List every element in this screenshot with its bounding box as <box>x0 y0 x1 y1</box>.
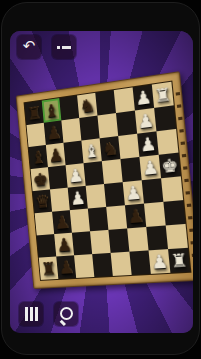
piece-wP[interactable]: ♟ <box>67 163 84 187</box>
board-square-r5c3[interactable]: ♟ <box>68 186 88 210</box>
piece-wB[interactable]: ♝ <box>83 138 101 163</box>
board-square-r8c3[interactable] <box>74 254 94 278</box>
board-square-r3c1[interactable]: ♝ <box>29 145 48 169</box>
board-square-r4c1[interactable]: ♚ <box>31 167 50 191</box>
board-square-r2c2[interactable]: ♟ <box>44 120 64 145</box>
board-square-r2c7[interactable]: ♟ <box>135 108 157 134</box>
magnifier-icon <box>59 307 73 321</box>
piece-bP[interactable]: ♟ <box>55 233 72 257</box>
board-square-r6c5[interactable] <box>106 205 127 230</box>
piece-wP[interactable]: ♟ <box>134 85 153 111</box>
piece-bB[interactable]: ♝ <box>30 145 47 169</box>
board-square-r7c2[interactable]: ♟ <box>54 233 74 257</box>
board-square-r7c4[interactable] <box>90 230 111 254</box>
board-square-r4c7[interactable]: ♟ <box>139 155 161 180</box>
board-square-r3c7[interactable]: ♟ <box>137 131 159 157</box>
board-square-r3c3[interactable] <box>63 141 83 166</box>
undo-arrow-icon: ↶ <box>23 39 36 54</box>
piece-wK[interactable]: ♚ <box>160 153 179 178</box>
board-frame: ♜♝♞♟♜♟♟♝♟♝♞♟♚♟♟♚♛♟♟♟♟♟♜♟♟♜ <box>16 71 193 289</box>
piece-bK[interactable]: ♚ <box>32 167 49 191</box>
board-square-r6c2[interactable]: ♟ <box>52 210 72 234</box>
piece-wR[interactable]: ♜ <box>153 82 172 108</box>
piece-bR[interactable]: ♜ <box>40 257 57 280</box>
board-square-r7c1[interactable] <box>37 234 57 258</box>
board-square-r3c5[interactable]: ♞ <box>100 136 121 161</box>
board-square-r7c6[interactable] <box>127 227 148 252</box>
board-square-r5c1[interactable]: ♛ <box>33 189 52 213</box>
piece-bB[interactable]: ♝ <box>43 98 60 122</box>
board-square-r2c8[interactable] <box>154 105 176 131</box>
piece-wP[interactable]: ♟ <box>136 108 155 133</box>
board-square-r3c8[interactable] <box>156 129 178 155</box>
dot-dash-icon <box>57 46 71 49</box>
three-bars-icon <box>25 307 38 321</box>
board-square-r8c1[interactable]: ♜ <box>39 256 59 279</box>
board-square-r6c6[interactable]: ♟ <box>125 204 146 229</box>
board-square-r2c5[interactable] <box>97 113 118 138</box>
board-square-r6c8[interactable] <box>163 200 185 225</box>
board-square-r1c5[interactable] <box>95 90 116 115</box>
piece-bN[interactable]: ♞ <box>78 93 96 118</box>
top-toolbar: ↶ <box>17 35 76 59</box>
board-square-r2c6[interactable] <box>116 111 137 137</box>
piece-bP[interactable]: ♟ <box>58 255 75 278</box>
piece-wP[interactable]: ♟ <box>124 180 142 205</box>
board-square-r7c5[interactable] <box>108 228 129 252</box>
board-square-r6c7[interactable] <box>144 202 166 227</box>
piece-bN[interactable]: ♞ <box>101 136 119 161</box>
board-square-r5c5[interactable] <box>104 182 125 207</box>
screenshot-canvas: ↶ ♜♝♞♟♜♟♟♝♟♝♞♟♚♟♟♚♛♟♟♟♟♟♜♟♟♜ <box>0 0 201 359</box>
board-square-r8c4[interactable] <box>92 253 113 277</box>
board-square-r1c4[interactable]: ♞ <box>77 93 97 118</box>
board-square-r1c7[interactable]: ♟ <box>133 85 155 111</box>
board-square-r8c2[interactable]: ♟ <box>56 255 76 279</box>
board-square-r6c1[interactable] <box>35 212 54 236</box>
piece-wR[interactable]: ♜ <box>170 248 189 273</box>
hint-button[interactable] <box>52 35 76 59</box>
chess-board-wrapper: ♜♝♞♟♜♟♟♝♟♝♞♟♚♟♟♚♛♟♟♟♟♟♜♟♟♜ <box>16 71 193 289</box>
board-square-r5c2[interactable] <box>50 188 70 212</box>
board-square-r5c8[interactable] <box>161 176 183 202</box>
board-square-r1c6[interactable] <box>114 87 135 113</box>
piece-wP[interactable]: ♟ <box>69 186 86 210</box>
board-square-r5c7[interactable] <box>142 178 164 203</box>
board-square-r8c8[interactable]: ♜ <box>168 248 190 273</box>
board-square-r2c1[interactable] <box>27 123 46 147</box>
menu-button[interactable] <box>19 302 43 326</box>
piece-bP[interactable]: ♟ <box>53 210 70 234</box>
piece-wP[interactable]: ♟ <box>150 249 169 274</box>
board-square-r5c6[interactable]: ♟ <box>123 180 144 205</box>
board-square-r2c4[interactable] <box>79 116 99 141</box>
piece-wP[interactable]: ♟ <box>141 155 160 180</box>
piece-bP[interactable]: ♟ <box>126 204 144 229</box>
board-square-r1c2[interactable]: ♝ <box>42 98 62 123</box>
board-square-r8c6[interactable] <box>129 250 150 275</box>
board-square-r2c3[interactable] <box>61 118 81 143</box>
board-square-r3c4[interactable]: ♝ <box>81 138 101 163</box>
board-square-r8c5[interactable] <box>111 252 132 276</box>
board-square-r1c8[interactable]: ♜ <box>152 82 174 108</box>
bottom-toolbar <box>19 302 78 326</box>
piece-bP[interactable]: ♟ <box>45 121 62 145</box>
piece-bR[interactable]: ♜ <box>26 101 43 125</box>
board-square-r7c8[interactable] <box>166 224 188 249</box>
search-button[interactable] <box>54 302 78 326</box>
board-square-r3c6[interactable] <box>118 134 139 159</box>
board-square-r1c1[interactable]: ♜ <box>24 101 43 125</box>
piece-wP[interactable]: ♟ <box>139 132 158 157</box>
board-square-r4c8[interactable]: ♚ <box>159 153 181 179</box>
board-square-r8c7[interactable]: ♟ <box>149 249 171 274</box>
board-square-r4c3[interactable]: ♟ <box>66 163 86 187</box>
board-square-r7c3[interactable] <box>72 231 92 255</box>
piece-bQ[interactable]: ♛ <box>34 190 51 214</box>
board-square-r6c3[interactable] <box>70 209 90 233</box>
chess-board[interactable]: ♜♝♞♟♜♟♟♝♟♝♞♟♚♟♟♚♛♟♟♟♟♟♜♟♟♜ <box>24 81 192 281</box>
board-square-r4c5[interactable] <box>102 159 123 184</box>
board-square-r1c3[interactable] <box>59 95 79 120</box>
undo-button[interactable]: ↶ <box>17 35 41 59</box>
phone-bezel: ↶ ♜♝♞♟♜♟♟♝♟♝♞♟♚♟♟♚♛♟♟♟♟♟♜♟♟♜ <box>1 2 200 355</box>
board-square-r4c4[interactable] <box>84 161 104 186</box>
board-square-r7c7[interactable] <box>146 225 168 250</box>
board-square-r4c2[interactable] <box>48 165 68 189</box>
piece-bP[interactable]: ♟ <box>47 143 64 167</box>
board-square-r3c2[interactable]: ♟ <box>46 143 66 167</box>
board-square-r4c6[interactable] <box>120 157 141 182</box>
app-screen: ↶ ♜♝♞♟♜♟♟♝♟♝♞♟♚♟♟♚♛♟♟♟♟♟♜♟♟♜ <box>10 31 193 333</box>
board-square-r6c4[interactable] <box>88 207 109 231</box>
board-square-r5c4[interactable] <box>86 184 107 209</box>
